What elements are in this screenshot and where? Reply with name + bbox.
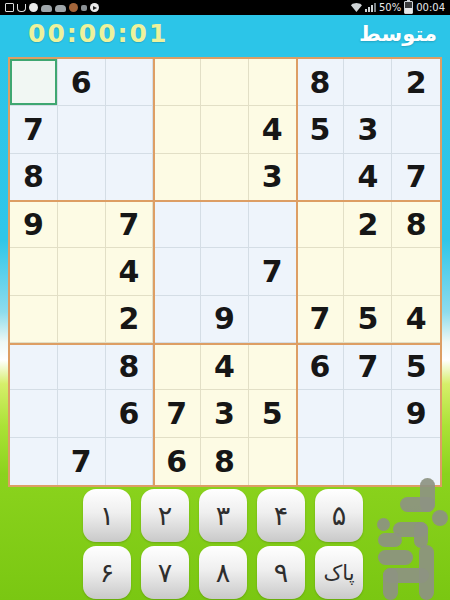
logo-shape bbox=[414, 522, 428, 548]
key-3[interactable]: ۳ bbox=[199, 489, 247, 542]
status-bar-right: 50% 00:04 bbox=[351, 1, 445, 14]
cell-r2c1[interactable]: 7 bbox=[10, 106, 58, 153]
cell-r1c3[interactable] bbox=[106, 59, 154, 106]
sudoku-app-screen: 50% 00:04 00:00:01 متوسط 682745383479728… bbox=[0, 0, 450, 600]
cell-r6c5[interactable]: 9 bbox=[201, 296, 249, 343]
cell-r7c1[interactable] bbox=[10, 343, 58, 390]
cell-r1c6[interactable] bbox=[249, 59, 297, 106]
key-9[interactable]: ۹ bbox=[257, 546, 305, 599]
key-5[interactable]: ۵ bbox=[315, 489, 363, 542]
logo-shape bbox=[377, 518, 390, 531]
key-clear[interactable]: پاک bbox=[315, 546, 363, 599]
cell-r4c4[interactable] bbox=[153, 201, 201, 248]
cell-r5c8[interactable] bbox=[344, 248, 392, 295]
cell-r9c1[interactable] bbox=[10, 438, 58, 485]
cell-r8c5[interactable]: 3 bbox=[201, 390, 249, 437]
chat-icon bbox=[29, 3, 38, 12]
cell-r1c4[interactable] bbox=[153, 59, 201, 106]
cell-r9c4[interactable]: 6 bbox=[153, 438, 201, 485]
cell-r3c9[interactable]: 7 bbox=[392, 154, 440, 201]
cell-r7c2[interactable] bbox=[58, 343, 106, 390]
cell-r1c8[interactable] bbox=[344, 59, 392, 106]
logo-shape bbox=[383, 568, 429, 583]
signal-icon bbox=[365, 3, 376, 12]
dot-icon bbox=[81, 5, 87, 11]
number-pad: ۱۲۳۴۵۶۷۸۹پاک bbox=[83, 489, 363, 599]
app-icon bbox=[69, 3, 78, 12]
cell-r5c4[interactable] bbox=[153, 248, 201, 295]
cell-r7c4[interactable] bbox=[153, 343, 201, 390]
cell-r8c3[interactable]: 6 bbox=[106, 390, 154, 437]
cell-r2c5[interactable] bbox=[201, 106, 249, 153]
cell-r6c2[interactable] bbox=[58, 296, 106, 343]
cell-r6c8[interactable]: 5 bbox=[344, 296, 392, 343]
cell-r5c5[interactable] bbox=[201, 248, 249, 295]
battery-percent: 50% bbox=[379, 2, 401, 13]
cell-r9c8[interactable] bbox=[344, 438, 392, 485]
cell-r8c4[interactable]: 7 bbox=[153, 390, 201, 437]
key-4[interactable]: ۴ bbox=[257, 489, 305, 542]
cell-r4c5[interactable] bbox=[201, 201, 249, 248]
cell-r8c6[interactable]: 5 bbox=[249, 390, 297, 437]
cell-r6c9[interactable]: 4 bbox=[392, 296, 440, 343]
cell-r8c7[interactable] bbox=[297, 390, 345, 437]
cell-r6c3[interactable]: 2 bbox=[106, 296, 154, 343]
cell-r9c6[interactable] bbox=[249, 438, 297, 485]
cell-r1c2[interactable]: 6 bbox=[58, 59, 106, 106]
cell-r7c7[interactable]: 6 bbox=[297, 343, 345, 390]
cell-r3c6[interactable]: 3 bbox=[249, 154, 297, 201]
cell-r7c6[interactable] bbox=[249, 343, 297, 390]
telegram-icon bbox=[90, 3, 99, 12]
screenshot-icon bbox=[5, 3, 14, 12]
cell-r5c6[interactable]: 7 bbox=[249, 248, 297, 295]
header: 00:00:01 متوسط bbox=[0, 15, 450, 57]
cell-r6c4[interactable] bbox=[153, 296, 201, 343]
cell-r4c3[interactable]: 7 bbox=[106, 201, 154, 248]
status-bar-notification-icons bbox=[5, 3, 99, 12]
cell-r8c9[interactable]: 9 bbox=[392, 390, 440, 437]
cell-r5c3[interactable]: 4 bbox=[106, 248, 154, 295]
key-1[interactable]: ۱ bbox=[83, 489, 131, 542]
status-bar: 50% 00:04 bbox=[0, 0, 450, 15]
clock-text: 00:04 bbox=[416, 2, 445, 13]
key-6[interactable]: ۶ bbox=[83, 546, 131, 599]
cell-r1c9[interactable]: 2 bbox=[392, 59, 440, 106]
key-2[interactable]: ۲ bbox=[141, 489, 189, 542]
logo-shape bbox=[383, 568, 398, 600]
cell-r5c9[interactable] bbox=[392, 248, 440, 295]
cell-r9c7[interactable] bbox=[297, 438, 345, 485]
logo-shape bbox=[432, 510, 448, 526]
cell-r1c5[interactable] bbox=[201, 59, 249, 106]
battery-icon bbox=[404, 1, 413, 14]
cell-r3c3[interactable] bbox=[106, 154, 154, 201]
game-timer: 00:00:01 bbox=[28, 19, 168, 48]
cell-r7c8[interactable]: 7 bbox=[344, 343, 392, 390]
cell-r3c4[interactable] bbox=[153, 154, 201, 201]
cell-r6c7[interactable]: 7 bbox=[297, 296, 345, 343]
logo-shape bbox=[378, 550, 413, 565]
difficulty-label: متوسط bbox=[359, 22, 437, 46]
cell-r4c9[interactable]: 8 bbox=[392, 201, 440, 248]
cell-r2c2[interactable] bbox=[58, 106, 106, 153]
logo-shape bbox=[400, 497, 435, 512]
cell-r3c1[interactable]: 8 bbox=[10, 154, 58, 201]
logo-shape bbox=[419, 545, 434, 600]
cell-r2c7[interactable]: 5 bbox=[297, 106, 345, 153]
logo-shape bbox=[393, 522, 428, 537]
cell-r7c3[interactable]: 8 bbox=[106, 343, 154, 390]
cell-r4c1[interactable]: 9 bbox=[10, 201, 58, 248]
wifi-icon bbox=[351, 3, 362, 12]
cell-r8c8[interactable] bbox=[344, 390, 392, 437]
cell-r9c2[interactable]: 7 bbox=[58, 438, 106, 485]
cell-r7c9[interactable]: 5 bbox=[392, 343, 440, 390]
cell-r6c6[interactable] bbox=[249, 296, 297, 343]
cell-r4c8[interactable]: 2 bbox=[344, 201, 392, 248]
cell-r2c8[interactable]: 3 bbox=[344, 106, 392, 153]
key-8[interactable]: ۸ bbox=[199, 546, 247, 599]
cell-r3c7[interactable] bbox=[297, 154, 345, 201]
cell-r7c5[interactable]: 4 bbox=[201, 343, 249, 390]
cell-r5c1[interactable] bbox=[10, 248, 58, 295]
usb-icon bbox=[17, 4, 26, 12]
cell-r2c9[interactable] bbox=[392, 106, 440, 153]
cell-r5c7[interactable] bbox=[297, 248, 345, 295]
cell-r2c6[interactable]: 4 bbox=[249, 106, 297, 153]
key-7[interactable]: ۷ bbox=[141, 546, 189, 599]
logo-shape bbox=[378, 533, 402, 547]
cloud-icon bbox=[41, 5, 52, 12]
cell-r9c9[interactable] bbox=[392, 438, 440, 485]
cell-r4c7[interactable] bbox=[297, 201, 345, 248]
cell-r9c5[interactable]: 8 bbox=[201, 438, 249, 485]
cell-r8c2[interactable] bbox=[58, 390, 106, 437]
cell-r5c2[interactable] bbox=[58, 248, 106, 295]
cell-r4c6[interactable] bbox=[249, 201, 297, 248]
cell-r4c2[interactable] bbox=[58, 201, 106, 248]
cell-r3c2[interactable] bbox=[58, 154, 106, 201]
cell-r3c5[interactable] bbox=[201, 154, 249, 201]
cell-r2c3[interactable] bbox=[106, 106, 154, 153]
cell-r2c4[interactable] bbox=[153, 106, 201, 153]
cell-r1c1[interactable] bbox=[10, 59, 58, 106]
cell-r1c7[interactable]: 8 bbox=[297, 59, 345, 106]
cell-r3c8[interactable]: 4 bbox=[344, 154, 392, 201]
sudoku-board: 68274538347972847297548467567359768 bbox=[8, 57, 442, 487]
cloud-icon bbox=[55, 5, 66, 12]
cell-r9c3[interactable] bbox=[106, 438, 154, 485]
cell-r6c1[interactable] bbox=[10, 296, 58, 343]
cell-r8c1[interactable] bbox=[10, 390, 58, 437]
